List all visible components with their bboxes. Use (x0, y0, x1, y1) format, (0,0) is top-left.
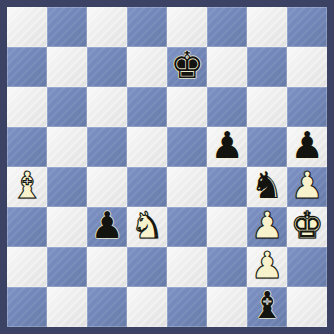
square-e7[interactable]: ♚ (167, 47, 207, 87)
square-g2[interactable]: ♟ (247, 247, 287, 287)
square-f8[interactable] (207, 7, 247, 47)
square-h3[interactable]: ♚ (287, 207, 327, 247)
square-h4[interactable]: ♟ (287, 167, 327, 207)
square-d7[interactable] (127, 47, 167, 87)
square-e4[interactable] (167, 167, 207, 207)
black-pawn[interactable]: ♟ (207, 126, 247, 166)
square-e5[interactable] (167, 127, 207, 167)
square-d4[interactable] (127, 167, 167, 207)
square-g7[interactable] (247, 47, 287, 87)
white-bishop[interactable]: ♝ (7, 166, 47, 206)
square-a5[interactable] (7, 127, 47, 167)
square-b2[interactable] (47, 247, 87, 287)
square-d6[interactable] (127, 87, 167, 127)
square-c7[interactable] (87, 47, 127, 87)
square-g1[interactable]: ♝ (247, 287, 287, 327)
square-c1[interactable] (87, 287, 127, 327)
square-g4[interactable]: ♞ (247, 167, 287, 207)
board-frame: ♚♟♟♝♞♟♟♞♟♚♟♝ (0, 0, 334, 334)
square-d8[interactable] (127, 7, 167, 47)
square-f3[interactable] (207, 207, 247, 247)
square-e8[interactable] (167, 7, 207, 47)
square-d1[interactable] (127, 287, 167, 327)
white-pawn[interactable]: ♟ (247, 206, 287, 246)
square-f5[interactable]: ♟ (207, 127, 247, 167)
square-g8[interactable] (247, 7, 287, 47)
square-c6[interactable] (87, 87, 127, 127)
black-pawn[interactable]: ♟ (87, 206, 127, 246)
square-d2[interactable] (127, 247, 167, 287)
square-c2[interactable] (87, 247, 127, 287)
square-f6[interactable] (207, 87, 247, 127)
square-f4[interactable] (207, 167, 247, 207)
white-pawn[interactable]: ♟ (247, 246, 287, 286)
square-f2[interactable] (207, 247, 247, 287)
black-pawn[interactable]: ♟ (287, 126, 327, 166)
black-knight[interactable]: ♞ (247, 166, 287, 206)
square-a3[interactable] (7, 207, 47, 247)
square-e2[interactable] (167, 247, 207, 287)
square-a1[interactable] (7, 287, 47, 327)
square-a6[interactable] (7, 87, 47, 127)
square-h5[interactable]: ♟ (287, 127, 327, 167)
black-bishop[interactable]: ♝ (247, 286, 287, 326)
square-h8[interactable] (287, 7, 327, 47)
chess-board: ♚♟♟♝♞♟♟♞♟♚♟♝ (7, 7, 327, 327)
square-c8[interactable] (87, 7, 127, 47)
white-knight[interactable]: ♞ (127, 206, 167, 246)
square-a7[interactable] (7, 47, 47, 87)
square-h7[interactable] (287, 47, 327, 87)
square-b8[interactable] (47, 7, 87, 47)
square-h1[interactable] (287, 287, 327, 327)
square-b6[interactable] (47, 87, 87, 127)
white-king[interactable]: ♚ (287, 206, 327, 246)
square-c3[interactable]: ♟ (87, 207, 127, 247)
square-f7[interactable] (207, 47, 247, 87)
square-h6[interactable] (287, 87, 327, 127)
square-b1[interactable] (47, 287, 87, 327)
square-h2[interactable] (287, 247, 327, 287)
square-g6[interactable] (247, 87, 287, 127)
square-b4[interactable] (47, 167, 87, 207)
square-b7[interactable] (47, 47, 87, 87)
square-d5[interactable] (127, 127, 167, 167)
square-g5[interactable] (247, 127, 287, 167)
square-c5[interactable] (87, 127, 127, 167)
square-c4[interactable] (87, 167, 127, 207)
square-a8[interactable] (7, 7, 47, 47)
square-e6[interactable] (167, 87, 207, 127)
square-b3[interactable] (47, 207, 87, 247)
square-e3[interactable] (167, 207, 207, 247)
black-king[interactable]: ♚ (167, 46, 207, 86)
square-f1[interactable] (207, 287, 247, 327)
square-g3[interactable]: ♟ (247, 207, 287, 247)
square-a4[interactable]: ♝ (7, 167, 47, 207)
square-a2[interactable] (7, 247, 47, 287)
white-pawn[interactable]: ♟ (287, 166, 327, 206)
square-e1[interactable] (167, 287, 207, 327)
square-b5[interactable] (47, 127, 87, 167)
square-d3[interactable]: ♞ (127, 207, 167, 247)
